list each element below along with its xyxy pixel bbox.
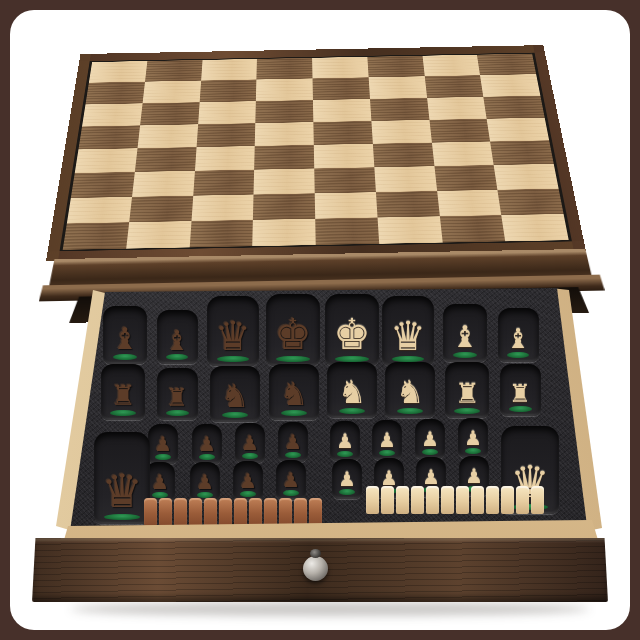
light-bishop-slot: ♝ <box>498 308 539 362</box>
ground-shadow <box>70 602 590 616</box>
dark-pawn-slot: ♟ <box>233 461 263 501</box>
square-c8[interactable] <box>201 59 257 81</box>
square-e8[interactable] <box>312 57 368 79</box>
square-d5[interactable] <box>255 122 314 146</box>
square-h6[interactable] <box>483 96 544 119</box>
square-g6[interactable] <box>427 97 487 120</box>
square-h7[interactable] <box>480 74 540 96</box>
dark-knight-slot: ♞ <box>210 366 260 422</box>
light-checker-tile[interactable] <box>411 486 424 514</box>
square-c4[interactable] <box>194 146 254 171</box>
light-checkers-strip[interactable] <box>366 486 544 514</box>
dark-rook-slot: ♜ <box>101 364 145 420</box>
dark-king[interactable]: ♚ <box>274 314 312 356</box>
square-g2[interactable] <box>437 190 502 217</box>
square-g8[interactable] <box>422 55 480 77</box>
dark-checker-tile[interactable] <box>294 498 307 526</box>
photo-area: ♝♝♛♚♚♛♝♝♜♜♞♞♞♞♜♜♟♟♟♟♟♟♟♟♟♟♟♟♟♟♟♟♛♛ <box>10 10 630 630</box>
light-king[interactable]: ♚ <box>333 314 371 356</box>
chess-board <box>46 45 586 261</box>
square-h3[interactable] <box>494 164 559 190</box>
drawer-knob[interactable] <box>303 556 328 581</box>
dark-pawn[interactable]: ♟ <box>198 434 216 454</box>
dark-bishop[interactable]: ♝ <box>112 324 139 354</box>
square-f2[interactable] <box>376 191 440 218</box>
square-g5[interactable] <box>429 119 490 143</box>
square-e6[interactable] <box>313 99 371 122</box>
light-rook-slot: ♜ <box>445 362 489 418</box>
light-checker-tile[interactable] <box>396 486 409 514</box>
light-rook-slot: ♜ <box>500 364 541 416</box>
light-pawn[interactable]: ♟ <box>336 431 354 451</box>
dark-pawn[interactable]: ♟ <box>196 472 214 492</box>
dark-bishop[interactable]: ♝ <box>165 327 189 354</box>
light-bishop[interactable]: ♝ <box>506 325 530 352</box>
dark-king-slot: ♚ <box>266 294 320 366</box>
square-b1[interactable] <box>126 221 191 249</box>
square-d1[interactable] <box>252 219 315 247</box>
light-knight-slot: ♞ <box>385 362 435 418</box>
square-d3[interactable] <box>254 169 315 195</box>
square-h2[interactable] <box>498 188 564 215</box>
dark-checker-tile[interactable] <box>189 498 202 526</box>
square-e7[interactable] <box>313 77 370 99</box>
square-f3[interactable] <box>374 166 437 192</box>
dark-pawn-slot: ♟ <box>190 462 220 502</box>
square-b6[interactable] <box>140 102 199 125</box>
square-a1[interactable] <box>63 222 129 250</box>
square-d6[interactable] <box>256 100 314 123</box>
square-c6[interactable] <box>198 101 256 124</box>
light-pawn[interactable]: ♟ <box>422 467 440 487</box>
light-queen[interactable]: ♛ <box>390 316 426 356</box>
light-pawn[interactable]: ♟ <box>421 429 439 449</box>
dark-pawn[interactable]: ♟ <box>154 434 172 454</box>
dark-checker-tile[interactable] <box>219 498 232 526</box>
light-checker-tile[interactable] <box>366 486 379 514</box>
square-f8[interactable] <box>367 56 424 78</box>
dark-rook[interactable]: ♜ <box>110 382 135 410</box>
light-knight[interactable]: ♞ <box>338 376 367 408</box>
dark-knight[interactable]: ♞ <box>221 380 250 412</box>
dark-knight[interactable]: ♞ <box>280 378 309 410</box>
dark-checker-tile[interactable] <box>309 498 322 526</box>
light-rook[interactable]: ♜ <box>454 380 479 408</box>
light-checker-tile[interactable] <box>471 486 484 514</box>
square-h5[interactable] <box>487 118 549 142</box>
board-playing-field <box>60 53 572 252</box>
square-a7[interactable] <box>86 82 145 105</box>
dark-bishop-slot: ♝ <box>157 310 198 364</box>
dark-pawn[interactable]: ♟ <box>284 432 302 452</box>
square-d2[interactable] <box>253 193 315 220</box>
light-checker-tile[interactable] <box>516 486 529 514</box>
dark-rook[interactable]: ♜ <box>166 385 188 410</box>
dark-rook-slot: ♜ <box>157 368 198 420</box>
light-knight[interactable]: ♞ <box>396 376 425 408</box>
dark-pawn-slot: ♟ <box>192 424 222 464</box>
light-checker-tile[interactable] <box>441 486 454 514</box>
scene: ♝♝♛♚♚♛♝♝♜♜♞♞♞♞♜♜♟♟♟♟♟♟♟♟♟♟♟♟♟♟♟♟♛♛ <box>10 10 630 630</box>
light-checker-tile[interactable] <box>381 486 394 514</box>
dark-pawn[interactable]: ♟ <box>282 470 300 490</box>
square-a4[interactable] <box>75 148 138 173</box>
light-pawn-slot: ♟ <box>332 459 362 499</box>
square-e2[interactable] <box>315 192 378 219</box>
square-e1[interactable] <box>315 217 379 245</box>
dark-pawn-slot: ♟ <box>148 424 178 464</box>
light-bishop-slot: ♝ <box>443 304 487 362</box>
light-pawn[interactable]: ♟ <box>338 469 356 489</box>
light-checker-tile[interactable] <box>426 486 439 514</box>
square-g4[interactable] <box>431 142 493 167</box>
dark-checker-tile[interactable] <box>264 498 277 526</box>
square-a3[interactable] <box>71 172 135 198</box>
dark-pawn[interactable]: ♟ <box>241 433 259 453</box>
light-checker-tile[interactable] <box>501 486 514 514</box>
dark-queen-slot: ♛ <box>207 296 259 366</box>
light-pawn[interactable]: ♟ <box>464 428 482 448</box>
square-h4[interactable] <box>490 140 553 165</box>
dark-checkers-strip[interactable] <box>144 498 322 526</box>
square-b8[interactable] <box>145 60 202 82</box>
square-d8[interactable] <box>257 58 313 80</box>
dark-pawn[interactable]: ♟ <box>151 472 169 492</box>
light-checker-tile[interactable] <box>531 486 544 514</box>
square-c1[interactable] <box>189 220 253 248</box>
square-g1[interactable] <box>439 215 505 243</box>
dark-pawn-slot: ♟ <box>278 422 308 462</box>
dark-checker-tile[interactable] <box>234 498 247 526</box>
light-pawn-slot: ♟ <box>415 419 445 459</box>
light-checker-tile[interactable] <box>456 486 469 514</box>
spare-dark-queen-slot: ♛ <box>94 432 150 524</box>
dark-checker-tile[interactable] <box>159 498 172 526</box>
square-g7[interactable] <box>424 75 483 97</box>
square-c7[interactable] <box>199 80 256 102</box>
dark-queen[interactable]: ♛ <box>215 316 251 356</box>
square-f1[interactable] <box>377 216 442 244</box>
light-pawn[interactable]: ♟ <box>380 468 398 488</box>
square-b2[interactable] <box>129 195 193 222</box>
square-d7[interactable] <box>256 79 313 101</box>
dark-checker-tile[interactable] <box>249 498 262 526</box>
square-e5[interactable] <box>313 121 372 145</box>
square-g3[interactable] <box>434 165 498 191</box>
square-b7[interactable] <box>142 81 200 104</box>
spare-dark-queen[interactable]: ♛ <box>101 468 142 514</box>
square-d4[interactable] <box>254 145 314 170</box>
light-knight-slot: ♞ <box>327 362 377 418</box>
dark-pawn-slot: ♟ <box>276 460 306 500</box>
dark-checker-tile[interactable] <box>204 498 217 526</box>
board-frame <box>46 45 586 261</box>
light-pawn[interactable]: ♟ <box>465 466 483 486</box>
dark-knight-slot: ♞ <box>269 364 319 420</box>
dark-checker-tile[interactable] <box>279 498 292 526</box>
light-pawn[interactable]: ♟ <box>378 430 396 450</box>
square-b5[interactable] <box>137 124 197 148</box>
square-h1[interactable] <box>501 214 568 242</box>
dark-pawn[interactable]: ♟ <box>239 471 257 491</box>
square-c5[interactable] <box>196 123 255 147</box>
square-a8[interactable] <box>89 61 147 83</box>
square-e3[interactable] <box>314 167 375 193</box>
light-pawn-slot: ♟ <box>372 420 402 460</box>
light-queen-slot: ♛ <box>382 296 434 366</box>
square-c3[interactable] <box>193 170 255 196</box>
dark-pawn-slot: ♟ <box>235 423 265 463</box>
light-checker-tile[interactable] <box>486 486 499 514</box>
square-e4[interactable] <box>314 144 374 169</box>
dark-checker-tile[interactable] <box>144 498 157 526</box>
dark-bishop-slot: ♝ <box>103 306 147 364</box>
light-bishop[interactable]: ♝ <box>452 322 479 352</box>
dark-checker-tile[interactable] <box>174 498 187 526</box>
square-f5[interactable] <box>371 120 431 144</box>
square-a6[interactable] <box>82 103 142 126</box>
square-b3[interactable] <box>132 171 195 197</box>
square-f4[interactable] <box>373 143 434 168</box>
square-c2[interactable] <box>191 194 254 221</box>
light-rook[interactable]: ♜ <box>509 381 531 406</box>
light-king-slot: ♚ <box>325 294 379 366</box>
square-a2[interactable] <box>67 197 132 224</box>
square-b4[interactable] <box>135 147 197 172</box>
square-f7[interactable] <box>368 76 426 98</box>
square-a5[interactable] <box>78 125 139 149</box>
square-h8[interactable] <box>477 54 536 76</box>
light-pawn-slot: ♟ <box>330 421 360 461</box>
square-f6[interactable] <box>370 98 429 121</box>
light-pawn-slot: ♟ <box>458 418 488 458</box>
